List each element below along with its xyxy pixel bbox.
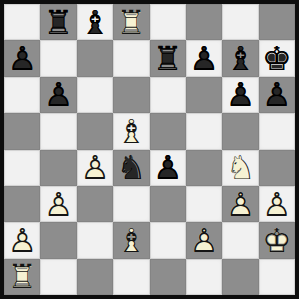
square-b2[interactable] xyxy=(40,222,76,258)
white-pawn-outline-icon: ♙ xyxy=(222,186,258,222)
black-pawn-fill: ♟ xyxy=(259,77,295,113)
black-king-outline-icon: ♔ xyxy=(259,40,295,76)
square-a4[interactable] xyxy=(4,150,40,186)
square-c5[interactable] xyxy=(77,113,113,149)
square-d7[interactable] xyxy=(113,40,149,76)
white-pawn-fill: ♟ xyxy=(186,222,222,258)
black-bishop-fill: ♝ xyxy=(77,4,113,40)
black-rook-fill: ♜ xyxy=(150,40,186,76)
square-d8-white-rook[interactable]: ♜♖ xyxy=(113,4,149,40)
square-e6[interactable] xyxy=(150,77,186,113)
square-e5[interactable] xyxy=(150,113,186,149)
black-pawn-outline-icon: ♙ xyxy=(259,77,295,113)
white-pawn-fill: ♟ xyxy=(222,186,258,222)
square-e1[interactable] xyxy=(150,259,186,295)
black-pawn-fill: ♟ xyxy=(4,40,40,76)
square-f3[interactable] xyxy=(186,186,222,222)
white-pawn-outline-icon: ♙ xyxy=(40,186,76,222)
white-knight-fill: ♞ xyxy=(222,150,258,186)
square-d3[interactable] xyxy=(113,186,149,222)
white-bishop-fill: ♝ xyxy=(113,222,149,258)
white-bishop-outline-icon: ♗ xyxy=(113,113,149,149)
white-king-fill: ♚ xyxy=(259,222,295,258)
black-pawn-fill: ♟ xyxy=(222,77,258,113)
white-pawn-outline-icon: ♙ xyxy=(259,186,295,222)
square-d2-white-bishop[interactable]: ♝♗ xyxy=(113,222,149,258)
square-e7-black-rook[interactable]: ♜♖ xyxy=(150,40,186,76)
white-pawn-fill: ♟ xyxy=(40,186,76,222)
black-knight-outline-icon: ♘ xyxy=(113,150,149,186)
square-c1[interactable] xyxy=(77,259,113,295)
square-d5-white-bishop[interactable]: ♝♗ xyxy=(113,113,149,149)
square-f2-white-pawn[interactable]: ♟♙ xyxy=(186,222,222,258)
black-rook-outline-icon: ♖ xyxy=(150,40,186,76)
black-king-fill: ♚ xyxy=(259,40,295,76)
square-e3[interactable] xyxy=(150,186,186,222)
square-e8[interactable] xyxy=(150,4,186,40)
black-pawn-outline-icon: ♙ xyxy=(150,150,186,186)
square-a1-white-rook[interactable]: ♜♖ xyxy=(4,259,40,295)
square-e4-black-pawn[interactable]: ♟♙ xyxy=(150,150,186,186)
square-d4-black-knight[interactable]: ♞♘ xyxy=(113,150,149,186)
white-rook-outline-icon: ♖ xyxy=(4,259,40,295)
square-g1[interactable] xyxy=(222,259,258,295)
square-b3-white-pawn[interactable]: ♟♙ xyxy=(40,186,76,222)
square-c6[interactable] xyxy=(77,77,113,113)
black-pawn-fill: ♟ xyxy=(186,40,222,76)
black-pawn-fill: ♟ xyxy=(40,77,76,113)
square-h8[interactable] xyxy=(259,4,295,40)
white-pawn-outline-icon: ♙ xyxy=(77,150,113,186)
white-pawn-outline-icon: ♙ xyxy=(4,222,40,258)
square-c4-white-pawn[interactable]: ♟♙ xyxy=(77,150,113,186)
white-rook-outline-icon: ♖ xyxy=(113,4,149,40)
black-pawn-outline-icon: ♙ xyxy=(4,40,40,76)
white-knight-outline-icon: ♘ xyxy=(222,150,258,186)
square-b7[interactable] xyxy=(40,40,76,76)
square-b1[interactable] xyxy=(40,259,76,295)
chess-board: ♜♖♝♗♜♖♟♙♜♖♟♙♝♗♚♔♟♙♟♙♟♙♝♗♟♙♞♘♟♙♞♘♟♙♟♙♟♙♟♙… xyxy=(4,4,295,295)
black-pawn-outline-icon: ♙ xyxy=(222,77,258,113)
white-rook-fill: ♜ xyxy=(113,4,149,40)
square-f6[interactable] xyxy=(186,77,222,113)
white-rook-fill: ♜ xyxy=(4,259,40,295)
square-h4[interactable] xyxy=(259,150,295,186)
square-b8-black-rook[interactable]: ♜♖ xyxy=(40,4,76,40)
square-h3-white-pawn[interactable]: ♟♙ xyxy=(259,186,295,222)
square-g6-black-pawn[interactable]: ♟♙ xyxy=(222,77,258,113)
black-bishop-outline-icon: ♗ xyxy=(77,4,113,40)
square-h1[interactable] xyxy=(259,259,295,295)
square-c3[interactable] xyxy=(77,186,113,222)
black-rook-fill: ♜ xyxy=(40,4,76,40)
square-h2-white-king[interactable]: ♚♔ xyxy=(259,222,295,258)
square-f5[interactable] xyxy=(186,113,222,149)
square-a6[interactable] xyxy=(4,77,40,113)
black-pawn-fill: ♟ xyxy=(150,150,186,186)
square-a3[interactable] xyxy=(4,186,40,222)
square-b4[interactable] xyxy=(40,150,76,186)
square-a5[interactable] xyxy=(4,113,40,149)
black-bishop-outline-icon: ♗ xyxy=(222,40,258,76)
square-c7[interactable] xyxy=(77,40,113,76)
black-bishop-fill: ♝ xyxy=(222,40,258,76)
square-a7-black-pawn[interactable]: ♟♙ xyxy=(4,40,40,76)
white-pawn-fill: ♟ xyxy=(259,186,295,222)
square-a8[interactable] xyxy=(4,4,40,40)
square-d6[interactable] xyxy=(113,77,149,113)
square-g5[interactable] xyxy=(222,113,258,149)
square-b6-black-pawn[interactable]: ♟♙ xyxy=(40,77,76,113)
chess-diagram-frame: ♜♖♝♗♜♖♟♙♜♖♟♙♝♗♚♔♟♙♟♙♟♙♝♗♟♙♞♘♟♙♞♘♟♙♟♙♟♙♟♙… xyxy=(0,0,299,299)
square-h6-black-pawn[interactable]: ♟♙ xyxy=(259,77,295,113)
square-a2-white-pawn[interactable]: ♟♙ xyxy=(4,222,40,258)
square-f4[interactable] xyxy=(186,150,222,186)
square-g4-white-knight[interactable]: ♞♘ xyxy=(222,150,258,186)
square-g7-black-bishop[interactable]: ♝♗ xyxy=(222,40,258,76)
white-pawn-fill: ♟ xyxy=(4,222,40,258)
white-king-outline-icon: ♔ xyxy=(259,222,295,258)
square-e2[interactable] xyxy=(150,222,186,258)
square-d1[interactable] xyxy=(113,259,149,295)
square-f8[interactable] xyxy=(186,4,222,40)
white-bishop-outline-icon: ♗ xyxy=(113,222,149,258)
square-h7-black-king[interactable]: ♚♔ xyxy=(259,40,295,76)
white-pawn-outline-icon: ♙ xyxy=(186,222,222,258)
black-pawn-outline-icon: ♙ xyxy=(40,77,76,113)
square-b5[interactable] xyxy=(40,113,76,149)
square-f1[interactable] xyxy=(186,259,222,295)
square-f7-black-pawn[interactable]: ♟♙ xyxy=(186,40,222,76)
square-h5[interactable] xyxy=(259,113,295,149)
black-knight-fill: ♞ xyxy=(113,150,149,186)
square-g8[interactable] xyxy=(222,4,258,40)
black-pawn-outline-icon: ♙ xyxy=(186,40,222,76)
black-rook-outline-icon: ♖ xyxy=(40,4,76,40)
white-pawn-fill: ♟ xyxy=(77,150,113,186)
square-g2[interactable] xyxy=(222,222,258,258)
square-c2[interactable] xyxy=(77,222,113,258)
square-c8-black-bishop[interactable]: ♝♗ xyxy=(77,4,113,40)
square-g3-white-pawn[interactable]: ♟♙ xyxy=(222,186,258,222)
white-bishop-fill: ♝ xyxy=(113,113,149,149)
